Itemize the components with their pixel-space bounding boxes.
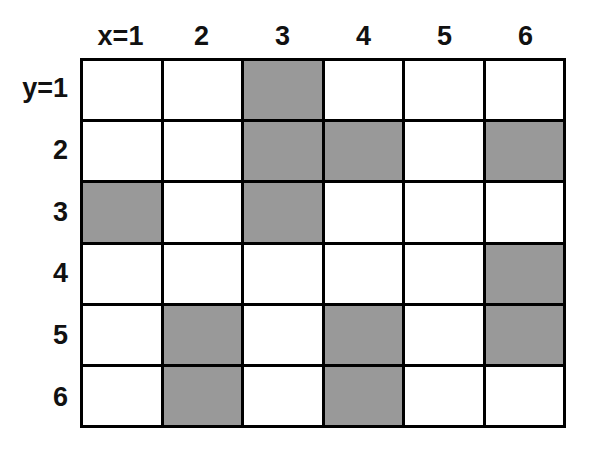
- cell-x1-y2[interactable]: [83, 122, 161, 180]
- board: [80, 58, 566, 428]
- col-label-4: 4: [323, 23, 404, 54]
- cell-x3-y4[interactable]: [244, 245, 322, 303]
- col-label-3: 3: [242, 23, 323, 54]
- row-label-4: 4: [0, 243, 80, 305]
- cell-x1-y1[interactable]: [83, 61, 161, 119]
- row-label-6: 6: [0, 366, 80, 428]
- cell-x5-y2[interactable]: [405, 122, 483, 180]
- row-label-2: 2: [0, 120, 80, 182]
- cell-x6-y3[interactable]: [486, 183, 564, 241]
- cell-x6-y5[interactable]: [486, 306, 564, 364]
- cell-x1-y6[interactable]: [83, 367, 161, 425]
- row-labels: y=1 2 3 4 5 6: [0, 58, 80, 428]
- cell-x5-y4[interactable]: [405, 245, 483, 303]
- cell-x1-y4[interactable]: [83, 245, 161, 303]
- col-label-2: 2: [161, 23, 242, 54]
- cell-x6-y2[interactable]: [486, 122, 564, 180]
- cell-x5-y1[interactable]: [405, 61, 483, 119]
- cell-x3-y3[interactable]: [244, 183, 322, 241]
- cell-x4-y2[interactable]: [325, 122, 403, 180]
- cell-x2-y6[interactable]: [164, 367, 242, 425]
- row-label-5: 5: [0, 305, 80, 367]
- cell-x2-y5[interactable]: [164, 306, 242, 364]
- cell-x2-y3[interactable]: [164, 183, 242, 241]
- cell-x1-y3[interactable]: [83, 183, 161, 241]
- cell-x6-y6[interactable]: [486, 367, 564, 425]
- cell-x1-y5[interactable]: [83, 306, 161, 364]
- cell-x2-y1[interactable]: [164, 61, 242, 119]
- cell-x5-y5[interactable]: [405, 306, 483, 364]
- column-labels: x=1 2 3 4 5 6: [80, 14, 566, 54]
- cell-x6-y4[interactable]: [486, 245, 564, 303]
- cell-x6-y1[interactable]: [486, 61, 564, 119]
- col-label-5: 5: [404, 23, 485, 54]
- cell-x5-y3[interactable]: [405, 183, 483, 241]
- cell-x3-y1[interactable]: [244, 61, 322, 119]
- cell-x3-y5[interactable]: [244, 306, 322, 364]
- cell-x2-y2[interactable]: [164, 122, 242, 180]
- cell-x4-y1[interactable]: [325, 61, 403, 119]
- cell-x3-y6[interactable]: [244, 367, 322, 425]
- cell-x5-y6[interactable]: [405, 367, 483, 425]
- col-label-6: 6: [485, 23, 566, 54]
- cell-x4-y4[interactable]: [325, 245, 403, 303]
- grid-diagram-page: x=1 2 3 4 5 6 y=1 2 3 4 5 6: [0, 0, 600, 463]
- cell-x4-y3[interactable]: [325, 183, 403, 241]
- row-label-1: y=1: [0, 58, 80, 120]
- cell-x3-y2[interactable]: [244, 122, 322, 180]
- cell-x4-y6[interactable]: [325, 367, 403, 425]
- cell-x4-y5[interactable]: [325, 306, 403, 364]
- row-label-3: 3: [0, 181, 80, 243]
- col-label-1: x=1: [80, 23, 161, 54]
- cell-x2-y4[interactable]: [164, 245, 242, 303]
